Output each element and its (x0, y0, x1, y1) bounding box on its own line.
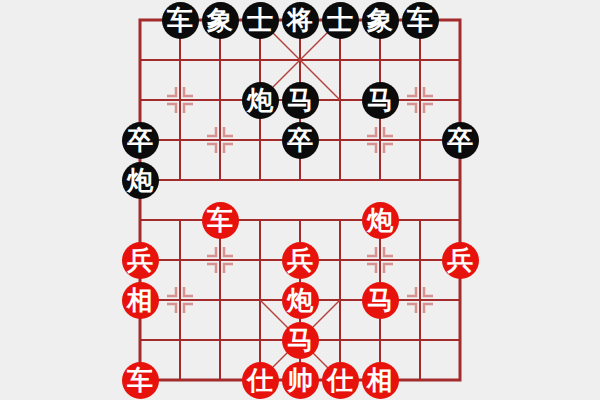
piece-black-elephant[interactable]: 象 (202, 2, 239, 39)
piece-red-elephant[interactable]: 相 (362, 362, 399, 399)
piece-black-horse[interactable]: 马 (362, 82, 399, 119)
piece-black-chariot[interactable]: 车 (162, 2, 199, 39)
piece-black-soldier[interactable]: 卒 (442, 122, 479, 159)
piece-red-horse[interactable]: 马 (362, 282, 399, 319)
piece-black-advisor[interactable]: 士 (242, 2, 279, 39)
piece-black-advisor[interactable]: 士 (322, 2, 359, 39)
piece-black-horse[interactable]: 马 (282, 82, 319, 119)
piece-black-cannon[interactable]: 炮 (242, 82, 279, 119)
piece-red-general[interactable]: 帅 (282, 362, 319, 399)
piece-black-chariot[interactable]: 车 (402, 2, 439, 39)
piece-red-cannon[interactable]: 炮 (282, 282, 319, 319)
piece-red-soldier[interactable]: 兵 (122, 242, 159, 279)
piece-red-soldier[interactable]: 兵 (442, 242, 479, 279)
piece-black-cannon[interactable]: 炮 (122, 162, 159, 199)
piece-red-horse[interactable]: 马 (282, 322, 319, 359)
piece-black-elephant[interactable]: 象 (362, 2, 399, 39)
piece-black-soldier[interactable]: 卒 (122, 122, 159, 159)
piece-red-cannon[interactable]: 炮 (362, 202, 399, 239)
piece-black-general[interactable]: 将 (282, 2, 319, 39)
piece-red-advisor[interactable]: 仕 (322, 362, 359, 399)
piece-red-soldier[interactable]: 兵 (282, 242, 319, 279)
piece-black-soldier[interactable]: 卒 (282, 122, 319, 159)
piece-red-chariot[interactable]: 车 (202, 202, 239, 239)
board-piece-grid: 车象士将士象车炮马马卒卒卒炮车炮兵兵兵相炮马马车仕帅仕相 (120, 0, 480, 400)
xiangqi-board: 车象士将士象车炮马马卒卒卒炮车炮兵兵兵相炮马马车仕帅仕相 (0, 0, 600, 400)
piece-red-chariot[interactable]: 车 (122, 362, 159, 399)
piece-red-advisor[interactable]: 仕 (242, 362, 279, 399)
piece-red-elephant[interactable]: 相 (122, 282, 159, 319)
